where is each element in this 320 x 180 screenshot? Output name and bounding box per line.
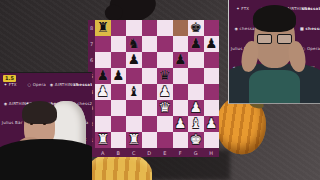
square-h1[interactable] <box>204 132 220 148</box>
black-pawn-c6: ♟ <box>126 52 142 68</box>
file-label-c: C <box>126 150 142 156</box>
square-f5[interactable] <box>173 68 189 84</box>
square-a3[interactable] <box>95 100 111 116</box>
square-h2[interactable]: ♟ <box>204 116 220 132</box>
square-c2[interactable] <box>126 116 142 132</box>
square-e7[interactable] <box>157 36 173 52</box>
square-f7[interactable] <box>173 36 189 52</box>
square-b3[interactable] <box>111 100 127 116</box>
black-queen-e5: ♛ <box>157 68 173 84</box>
square-d1[interactable] <box>142 132 158 148</box>
sponsor-logo: Julius Bär <box>2 120 23 125</box>
white-rook-c1: ♜ <box>126 132 142 148</box>
square-c1[interactable]: ♜ <box>126 132 142 148</box>
square-f2[interactable]: ♟ <box>173 116 189 132</box>
sponsor-logo: chessable <box>74 82 92 87</box>
right-player-shirt <box>249 70 300 104</box>
square-e2[interactable] <box>157 116 173 132</box>
score-badge: 1.5 <box>3 75 16 82</box>
white-pawn-g3: ♟ <box>188 100 204 116</box>
square-g7[interactable]: ♟ <box>188 36 204 52</box>
square-h3[interactable] <box>204 100 220 116</box>
square-g1[interactable]: ♚ <box>188 132 204 148</box>
square-b1[interactable] <box>111 132 127 148</box>
sponsor-logo: ✦ FTX <box>236 6 249 11</box>
square-f6[interactable]: ♟ <box>173 52 189 68</box>
white-pawn-h2: ♟ <box>204 116 220 132</box>
square-h8[interactable] <box>204 20 220 36</box>
square-d4[interactable] <box>142 84 158 100</box>
square-c8[interactable] <box>126 20 142 36</box>
white-king-g1: ♚ <box>188 132 204 148</box>
file-label-f: F <box>173 150 189 156</box>
square-d7[interactable] <box>142 36 158 52</box>
file-label-g: G <box>188 150 204 156</box>
rank-label-7: 7 <box>88 36 95 52</box>
white-pawn-e4: ♟ <box>157 84 173 100</box>
square-d6[interactable] <box>142 52 158 68</box>
left-player-eye <box>43 123 46 125</box>
square-a4[interactable]: ♟ <box>95 84 111 100</box>
file-labels: ·ABCDEFGH <box>88 148 219 157</box>
square-e6[interactable] <box>157 52 173 68</box>
square-h5[interactable] <box>204 68 220 84</box>
square-a6[interactable] <box>95 52 111 68</box>
square-h4[interactable] <box>204 84 220 100</box>
square-d3[interactable] <box>142 100 158 116</box>
black-king-g8: ♚ <box>188 20 204 36</box>
left-player-hair <box>22 101 57 125</box>
square-g5[interactable] <box>188 68 204 84</box>
square-c4[interactable]: ♝ <box>126 84 142 100</box>
file-label-h: H <box>204 150 220 156</box>
square-e4[interactable]: ♟ <box>157 84 173 100</box>
chess-board: 87654321 ·ABCDEFGH ♜♚♞♟♟♟♟♟♟♛♟♝♟♛♟♟♝♟♜♜♚ <box>88 20 219 157</box>
black-bishop-c4: ♝ <box>126 84 142 100</box>
square-f1[interactable] <box>173 132 189 148</box>
black-pawn-b5: ♟ <box>111 68 127 84</box>
file-label-e: E <box>157 150 173 156</box>
black-pawn-a5: ♟ <box>95 68 111 84</box>
right-player-hair <box>253 5 297 32</box>
square-g8[interactable]: ♚ <box>188 20 204 36</box>
black-knight-c7: ♞ <box>126 36 142 52</box>
square-g4[interactable] <box>188 84 204 100</box>
square-g6[interactable] <box>188 52 204 68</box>
sponsor-logo: ■ chessable <box>300 26 320 31</box>
sponsor-logo: ○ Opera <box>28 82 46 87</box>
webcam-player-left: ✦ FTX○ Opera◉ AIRTHINGSchessable◉ AIRTHI… <box>0 72 92 180</box>
square-g2[interactable]: ♝ <box>188 116 204 132</box>
sponsor-logo: ✦ FTX <box>4 82 17 87</box>
square-a7[interactable] <box>95 36 111 52</box>
square-b8[interactable] <box>111 20 127 36</box>
sponsor-logo: chessable <box>302 6 320 11</box>
file-label-d: D <box>142 150 158 156</box>
square-b6[interactable] <box>111 52 127 68</box>
black-pawn-g7: ♟ <box>188 36 204 52</box>
square-b2[interactable] <box>111 116 127 132</box>
square-d8[interactable] <box>142 20 158 36</box>
square-h7[interactable]: ♟ <box>204 36 220 52</box>
square-e5[interactable]: ♛ <box>157 68 173 84</box>
white-bishop-g2: ♝ <box>188 116 204 132</box>
broadcast-frame: 87654321 ·ABCDEFGH ♜♚♞♟♟♟♟♟♟♛♟♝♟♛♟♟♝♟♜♜♚… <box>0 0 320 180</box>
square-e1[interactable] <box>157 132 173 148</box>
square-a5[interactable]: ♟ <box>95 68 111 84</box>
rank-label-6: 6 <box>88 52 95 68</box>
black-rook-a8: ♜ <box>95 20 111 36</box>
square-b5[interactable]: ♟ <box>111 68 127 84</box>
white-rook-a1: ♜ <box>95 132 111 148</box>
black-pawn-f6: ♟ <box>173 52 189 68</box>
square-f4[interactable] <box>173 84 189 100</box>
square-b7[interactable] <box>111 36 127 52</box>
square-d5[interactable] <box>142 68 158 84</box>
square-b4[interactable] <box>111 84 127 100</box>
square-e8[interactable] <box>157 20 173 36</box>
square-c7[interactable]: ♞ <box>126 36 142 52</box>
webcam-player-right: ✦ FTX○ Opera◉ AIRTHINGSchessable◉ chessa… <box>228 0 320 104</box>
square-f8[interactable] <box>173 20 189 36</box>
square-g3[interactable]: ♟ <box>188 100 204 116</box>
right-player-glasses <box>257 34 292 44</box>
sponsor-logo: ○ Opera <box>302 46 320 51</box>
white-pawn-f2: ♟ <box>173 116 189 132</box>
square-a2[interactable] <box>95 116 111 132</box>
square-a1[interactable]: ♜ <box>95 132 111 148</box>
square-c5[interactable] <box>126 68 142 84</box>
white-pawn-a4: ♟ <box>95 84 111 100</box>
square-a8[interactable]: ♜ <box>95 20 111 36</box>
square-e3[interactable]: ♛ <box>157 100 173 116</box>
square-d2[interactable] <box>142 116 158 132</box>
left-player-torso <box>0 139 92 180</box>
white-queen-e3: ♛ <box>157 100 173 116</box>
square-h6[interactable] <box>204 52 220 68</box>
board-squares: ♜♚♞♟♟♟♟♟♟♛♟♝♟♛♟♟♝♟♜♜♚ <box>95 20 219 148</box>
square-c6[interactable]: ♟ <box>126 52 142 68</box>
file-label-a: A <box>95 150 111 156</box>
rank-label-8: 8 <box>88 20 95 36</box>
black-pawn-h7: ♟ <box>204 36 220 52</box>
square-c3[interactable] <box>126 100 142 116</box>
file-label-b: B <box>111 150 127 156</box>
square-f3[interactable] <box>173 100 189 116</box>
